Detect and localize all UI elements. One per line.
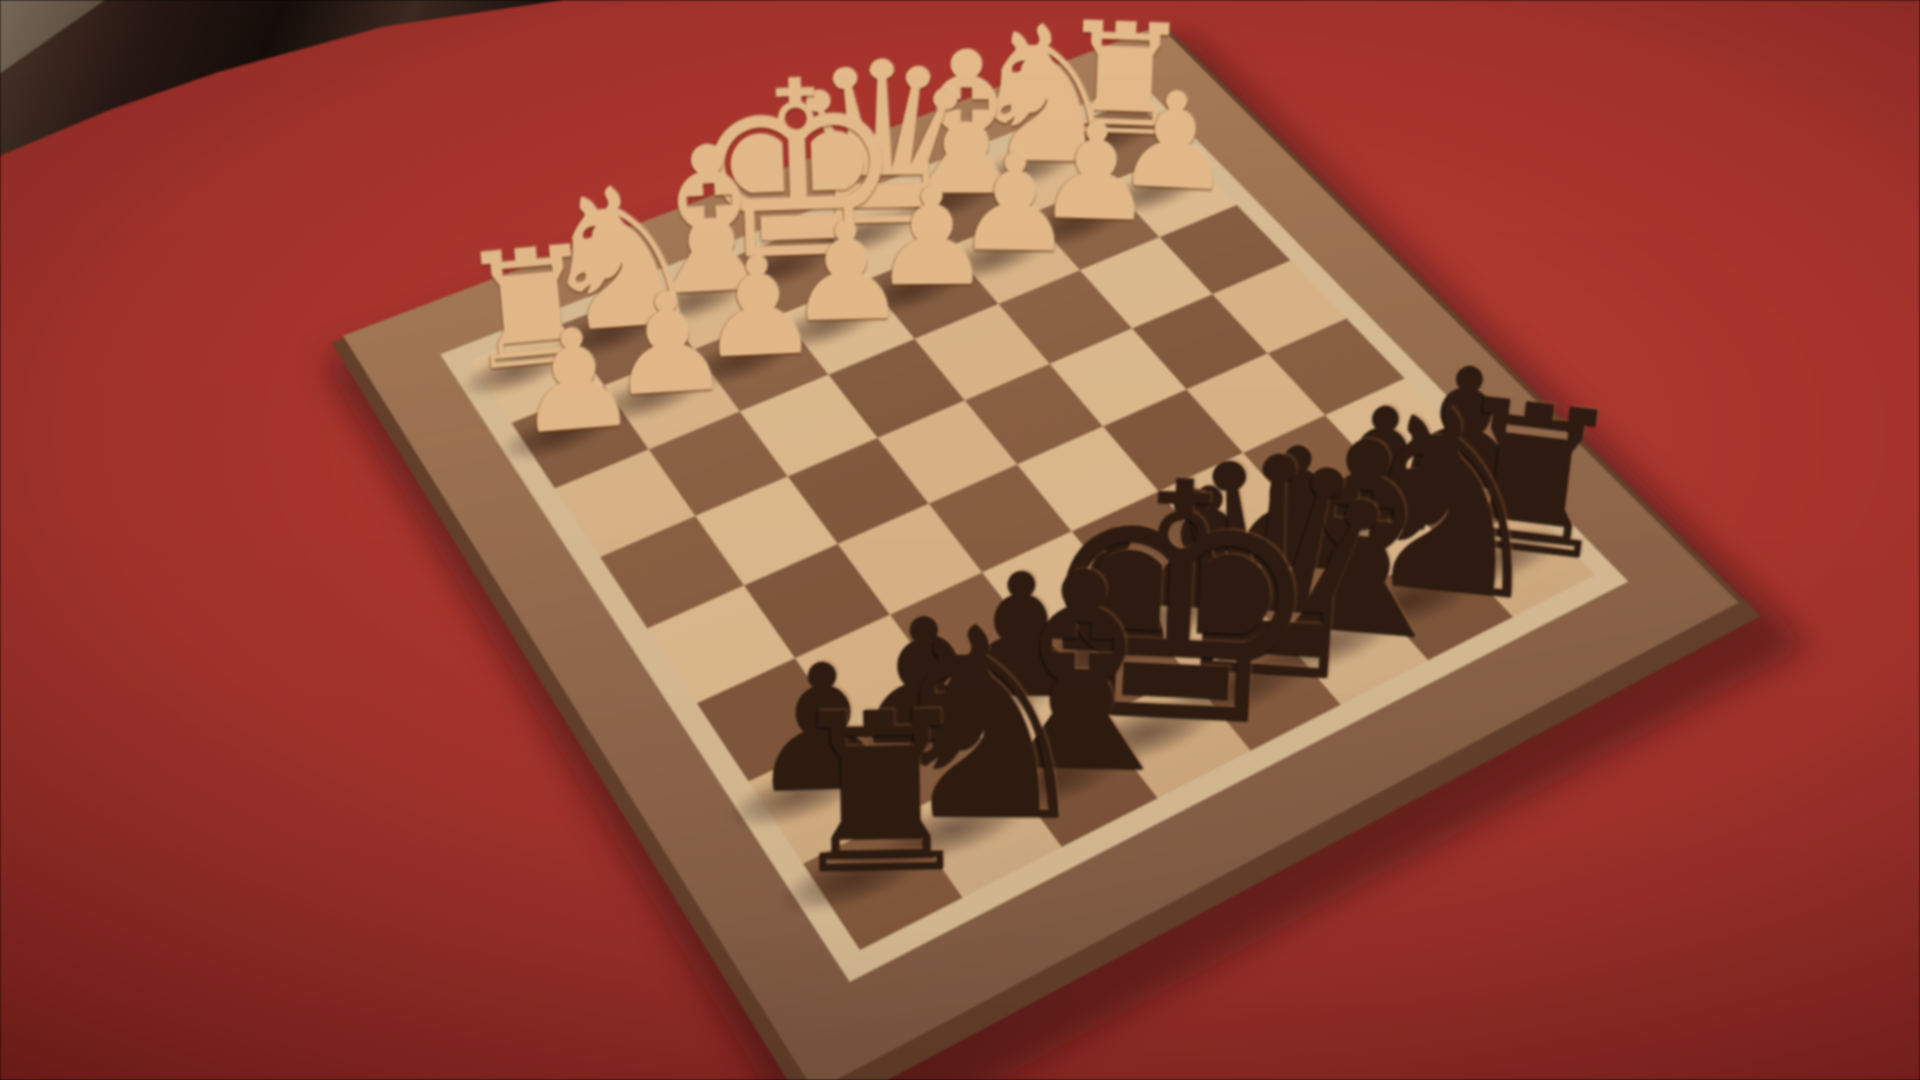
- piece-black-rook-h8: ♜: [781, 683, 980, 904]
- piece-white-pawn-h2: ♟: [507, 307, 642, 455]
- pieces-layer: ♜♞♝♛♚♝♞♜♟♟♟♟♟♟♟♟♟♟♟♟♟♟♟♟♜♞♝♛♚♝♞♜: [0, 0, 1920, 1080]
- photo-scene: ♜♞♝♛♚♝♞♜♟♟♟♟♟♟♟♟♟♟♟♟♟♟♟♟♜♞♝♛♚♝♞♜: [0, 0, 1920, 1080]
- photo-stage: ♜♞♝♛♚♝♞♜♟♟♟♟♟♟♟♟♟♟♟♟♟♟♟♟♜♞♝♛♚♝♞♜: [0, 0, 1920, 1080]
